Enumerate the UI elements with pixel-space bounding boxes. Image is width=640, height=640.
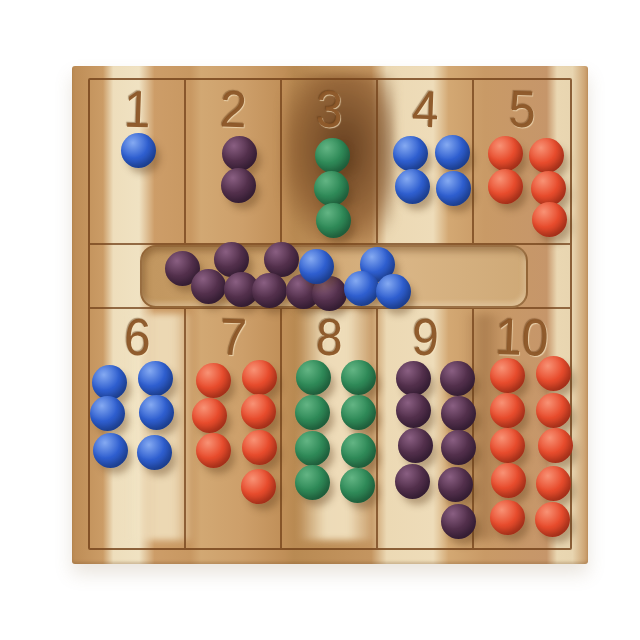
red-ball[interactable] bbox=[491, 463, 526, 498]
number-label-6: 6 bbox=[123, 309, 151, 364]
blue-ball[interactable] bbox=[299, 249, 334, 284]
purple-ball[interactable] bbox=[395, 464, 430, 499]
purple-ball[interactable] bbox=[191, 269, 226, 304]
blue-ball[interactable] bbox=[435, 135, 470, 170]
purple-ball[interactable] bbox=[441, 396, 476, 431]
purple-ball[interactable] bbox=[441, 430, 476, 465]
green-ball[interactable] bbox=[340, 468, 375, 503]
purple-ball[interactable] bbox=[222, 136, 257, 171]
green-ball[interactable] bbox=[341, 395, 376, 430]
purple-ball[interactable] bbox=[438, 467, 473, 502]
blue-ball[interactable] bbox=[436, 171, 471, 206]
red-ball[interactable] bbox=[490, 358, 525, 393]
blue-ball[interactable] bbox=[139, 395, 174, 430]
red-ball[interactable] bbox=[196, 433, 231, 468]
blue-ball[interactable] bbox=[376, 274, 411, 309]
blue-ball[interactable] bbox=[93, 433, 128, 468]
blue-ball[interactable] bbox=[393, 136, 428, 171]
green-ball[interactable] bbox=[295, 465, 330, 500]
red-ball[interactable] bbox=[536, 393, 571, 428]
number-label-3: 3 bbox=[315, 80, 344, 136]
number-label-9: 9 bbox=[411, 309, 439, 364]
purple-ball[interactable] bbox=[396, 361, 431, 396]
purple-ball[interactable] bbox=[441, 504, 476, 539]
red-ball[interactable] bbox=[536, 356, 571, 391]
red-ball[interactable] bbox=[242, 360, 277, 395]
green-ball[interactable] bbox=[315, 138, 350, 173]
red-ball[interactable] bbox=[490, 500, 525, 535]
number-label-5: 5 bbox=[508, 80, 537, 136]
green-ball[interactable] bbox=[295, 395, 330, 430]
red-ball[interactable] bbox=[532, 202, 567, 237]
blue-ball[interactable] bbox=[137, 435, 172, 470]
red-ball[interactable] bbox=[488, 169, 523, 204]
red-ball[interactable] bbox=[488, 136, 523, 171]
purple-ball[interactable] bbox=[264, 242, 299, 277]
photo-canvas: 1 2 3 4 5 6 bbox=[0, 0, 640, 640]
green-ball[interactable] bbox=[295, 431, 330, 466]
red-ball[interactable] bbox=[490, 393, 525, 428]
number-label-1: 1 bbox=[123, 80, 152, 136]
red-ball[interactable] bbox=[536, 466, 571, 501]
blue-ball[interactable] bbox=[138, 361, 173, 396]
red-ball[interactable] bbox=[196, 363, 231, 398]
blue-ball[interactable] bbox=[344, 271, 379, 306]
blue-ball[interactable] bbox=[121, 133, 156, 168]
blue-ball[interactable] bbox=[92, 365, 127, 400]
green-ball[interactable] bbox=[296, 360, 331, 395]
green-ball[interactable] bbox=[341, 360, 376, 395]
number-label-2: 2 bbox=[219, 80, 248, 136]
number-label-7: 7 bbox=[219, 309, 247, 364]
red-ball[interactable] bbox=[529, 138, 564, 173]
red-ball[interactable] bbox=[535, 502, 570, 537]
purple-ball[interactable] bbox=[221, 168, 256, 203]
blue-ball[interactable] bbox=[395, 169, 430, 204]
purple-ball[interactable] bbox=[396, 393, 431, 428]
number-label-8: 8 bbox=[315, 309, 343, 364]
green-ball[interactable] bbox=[316, 203, 351, 238]
purple-ball[interactable] bbox=[398, 428, 433, 463]
number-label-10: 10 bbox=[494, 308, 549, 364]
blue-ball[interactable] bbox=[90, 396, 125, 431]
number-label-4: 4 bbox=[411, 80, 440, 136]
red-ball[interactable] bbox=[242, 430, 277, 465]
purple-ball[interactable] bbox=[252, 273, 287, 308]
red-ball[interactable] bbox=[192, 398, 227, 433]
red-ball[interactable] bbox=[241, 394, 276, 429]
red-ball[interactable] bbox=[538, 428, 573, 463]
green-ball[interactable] bbox=[341, 433, 376, 468]
red-ball[interactable] bbox=[241, 469, 276, 504]
red-ball[interactable] bbox=[490, 428, 525, 463]
purple-ball[interactable] bbox=[440, 361, 475, 396]
red-ball[interactable] bbox=[531, 171, 566, 206]
green-ball[interactable] bbox=[314, 171, 349, 206]
